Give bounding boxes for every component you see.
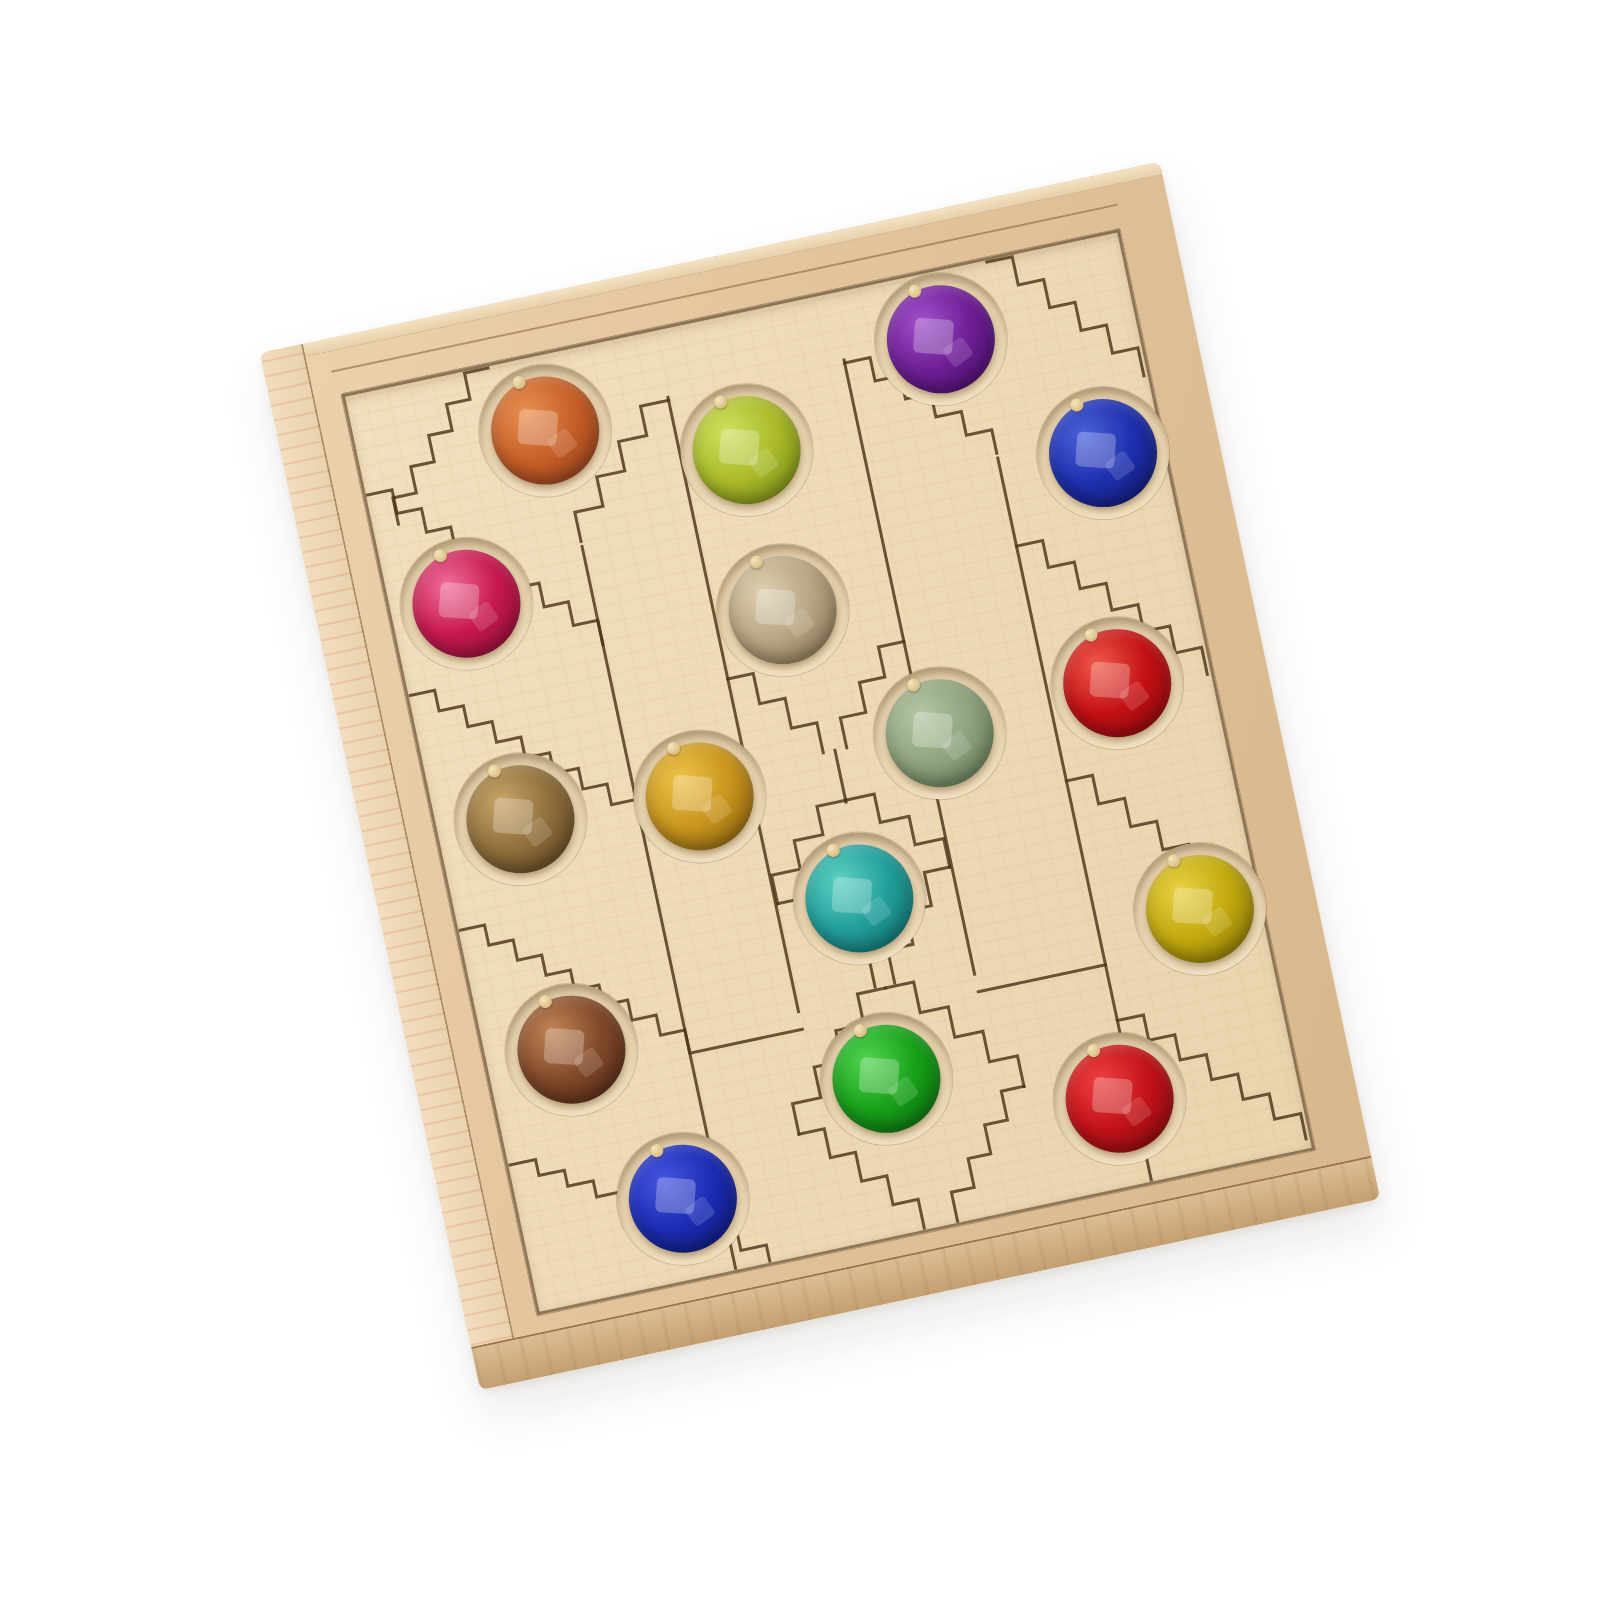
board-inner: [340, 228, 1317, 1317]
product-photo-stage: [0, 0, 1600, 1600]
wooden-gem-board: [260, 162, 1380, 1390]
